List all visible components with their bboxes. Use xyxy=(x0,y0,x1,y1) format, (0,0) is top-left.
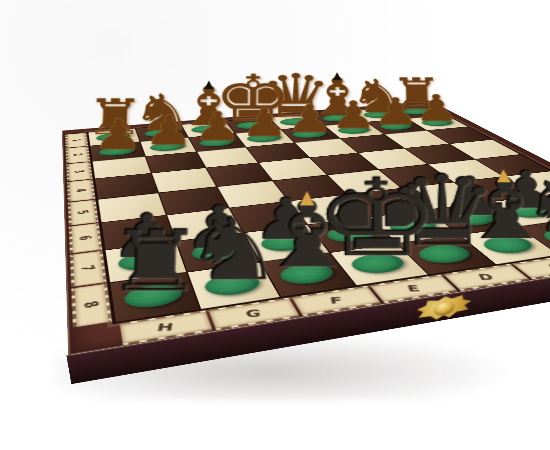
bishop-tip-icon xyxy=(204,81,213,90)
rank-label-3: 3 xyxy=(66,162,92,181)
bishop-tip-icon xyxy=(299,191,314,206)
rank-label-4: 4 xyxy=(67,180,95,202)
board-frame: 12345678 HGFEDCBA ♜♞♝♚♛♝♞♜♟♟♟♟♟♟♟♟♟♟♟♟♟♟… xyxy=(62,101,550,355)
chess-board: 12345678 HGFEDCBA ♜♞♝♚♛♝♞♜♟♟♟♟♟♟♟♟♟♟♟♟♟♟… xyxy=(62,101,550,355)
product-photo-scene: 12345678 HGFEDCBA ♜♞♝♚♛♝♞♜♟♟♟♟♟♟♟♟♟♟♟♟♟♟… xyxy=(0,0,550,450)
brass-clasp-icon xyxy=(416,292,473,324)
